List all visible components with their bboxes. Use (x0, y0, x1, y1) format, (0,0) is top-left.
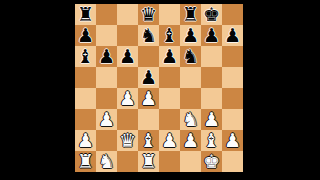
piece-black-pawn: ♟ (96, 46, 117, 67)
piece-black-pawn: ♟ (75, 25, 96, 46)
square-a1[interactable]: ♜ (75, 151, 96, 172)
chess-board: ♜♛♜♚♟♞♝♟♟♟♝♟♟♟♞♟♟♟♟♞♟♟♛♝♟♟♝♟♜♞♜♚ (75, 4, 243, 172)
piece-black-bishop: ♝ (159, 25, 180, 46)
piece-white-rook: ♜ (75, 151, 96, 172)
piece-white-knight: ♞ (96, 151, 117, 172)
square-c4[interactable]: ♟ (117, 88, 138, 109)
piece-white-pawn: ♟ (75, 130, 96, 151)
square-c2[interactable]: ♛ (117, 130, 138, 151)
square-d1[interactable]: ♜ (138, 151, 159, 172)
piece-black-knight: ♞ (180, 46, 201, 67)
square-e1[interactable] (159, 151, 180, 172)
square-d7[interactable]: ♞ (138, 25, 159, 46)
square-f6[interactable]: ♞ (180, 46, 201, 67)
chess-app-stage: ♜♛♜♚♟♞♝♟♟♟♝♟♟♟♞♟♟♟♟♞♟♟♛♝♟♟♝♟♜♞♜♚ (0, 0, 320, 180)
square-h6[interactable] (222, 46, 243, 67)
square-h4[interactable] (222, 88, 243, 109)
piece-black-pawn: ♟ (180, 25, 201, 46)
square-c5[interactable] (117, 67, 138, 88)
square-g8[interactable]: ♚ (201, 4, 222, 25)
square-g7[interactable]: ♟ (201, 25, 222, 46)
square-f4[interactable] (180, 88, 201, 109)
piece-white-bishop: ♝ (138, 130, 159, 151)
square-d3[interactable] (138, 109, 159, 130)
square-a4[interactable] (75, 88, 96, 109)
letterbox-bottom (75, 172, 243, 180)
square-h3[interactable] (222, 109, 243, 130)
piece-white-king: ♚ (201, 151, 222, 172)
piece-black-queen: ♛ (138, 4, 159, 25)
square-g4[interactable] (201, 88, 222, 109)
piece-black-pawn: ♟ (201, 25, 222, 46)
square-a3[interactable] (75, 109, 96, 130)
square-a7[interactable]: ♟ (75, 25, 96, 46)
square-b7[interactable] (96, 25, 117, 46)
piece-black-pawn: ♟ (138, 67, 159, 88)
square-a6[interactable]: ♝ (75, 46, 96, 67)
square-b5[interactable] (96, 67, 117, 88)
square-d2[interactable]: ♝ (138, 130, 159, 151)
piece-white-pawn: ♟ (222, 130, 243, 151)
square-c7[interactable] (117, 25, 138, 46)
square-e6[interactable]: ♟ (159, 46, 180, 67)
square-b2[interactable] (96, 130, 117, 151)
piece-white-knight: ♞ (180, 109, 201, 130)
square-d5[interactable]: ♟ (138, 67, 159, 88)
square-h8[interactable] (222, 4, 243, 25)
piece-white-queen: ♛ (117, 130, 138, 151)
square-d4[interactable]: ♟ (138, 88, 159, 109)
piece-white-rook: ♜ (138, 151, 159, 172)
square-c1[interactable] (117, 151, 138, 172)
square-f2[interactable]: ♟ (180, 130, 201, 151)
piece-black-pawn: ♟ (222, 25, 243, 46)
square-f8[interactable]: ♜ (180, 4, 201, 25)
piece-black-rook: ♜ (75, 4, 96, 25)
piece-white-pawn: ♟ (117, 88, 138, 109)
piece-white-bishop: ♝ (201, 130, 222, 151)
square-g5[interactable] (201, 67, 222, 88)
square-e8[interactable] (159, 4, 180, 25)
square-g3[interactable]: ♟ (201, 109, 222, 130)
piece-black-pawn: ♟ (159, 46, 180, 67)
square-e2[interactable]: ♟ (159, 130, 180, 151)
square-c3[interactable] (117, 109, 138, 130)
square-b6[interactable]: ♟ (96, 46, 117, 67)
piece-black-king: ♚ (201, 4, 222, 25)
piece-white-pawn: ♟ (159, 130, 180, 151)
piece-black-knight: ♞ (138, 25, 159, 46)
piece-black-pawn: ♟ (117, 46, 138, 67)
square-h2[interactable]: ♟ (222, 130, 243, 151)
piece-white-pawn: ♟ (180, 130, 201, 151)
square-b4[interactable] (96, 88, 117, 109)
square-b1[interactable]: ♞ (96, 151, 117, 172)
square-f7[interactable]: ♟ (180, 25, 201, 46)
piece-white-pawn: ♟ (138, 88, 159, 109)
square-f3[interactable]: ♞ (180, 109, 201, 130)
square-g1[interactable]: ♚ (201, 151, 222, 172)
square-f5[interactable] (180, 67, 201, 88)
square-h1[interactable] (222, 151, 243, 172)
square-h5[interactable] (222, 67, 243, 88)
square-d6[interactable] (138, 46, 159, 67)
square-d8[interactable]: ♛ (138, 4, 159, 25)
square-e5[interactable] (159, 67, 180, 88)
square-g2[interactable]: ♝ (201, 130, 222, 151)
square-a2[interactable]: ♟ (75, 130, 96, 151)
square-c6[interactable]: ♟ (117, 46, 138, 67)
square-f1[interactable] (180, 151, 201, 172)
square-a5[interactable] (75, 67, 96, 88)
square-e4[interactable] (159, 88, 180, 109)
letterbox-left (0, 0, 75, 180)
square-g6[interactable] (201, 46, 222, 67)
square-e7[interactable]: ♝ (159, 25, 180, 46)
piece-white-pawn: ♟ (96, 109, 117, 130)
piece-white-pawn: ♟ (201, 109, 222, 130)
square-h7[interactable]: ♟ (222, 25, 243, 46)
square-a8[interactable]: ♜ (75, 4, 96, 25)
square-b3[interactable]: ♟ (96, 109, 117, 130)
piece-black-bishop: ♝ (75, 46, 96, 67)
letterbox-right (243, 0, 320, 180)
square-b8[interactable] (96, 4, 117, 25)
square-e3[interactable] (159, 109, 180, 130)
square-c8[interactable] (117, 4, 138, 25)
piece-black-rook: ♜ (180, 4, 201, 25)
